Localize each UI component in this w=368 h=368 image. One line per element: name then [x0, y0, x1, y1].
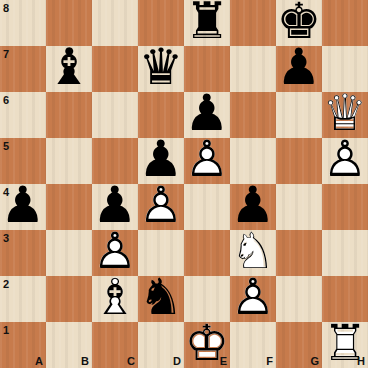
square-b2[interactable] — [46, 276, 92, 322]
file-label-c: C — [127, 355, 135, 367]
black-pawn[interactable]: ♟ — [276, 46, 322, 92]
square-f8[interactable] — [230, 0, 276, 46]
square-d4[interactable]: ♟♙ — [138, 184, 184, 230]
square-f2[interactable]: ♟♙ — [230, 276, 276, 322]
square-c6[interactable] — [92, 92, 138, 138]
square-h1[interactable]: H♜♖ — [322, 322, 368, 368]
square-b3[interactable] — [46, 230, 92, 276]
black-bishop[interactable]: ♝ — [46, 46, 92, 92]
square-b7[interactable]: ♝ — [46, 46, 92, 92]
white-piece-outline: ♖ — [323, 318, 368, 368]
file-label-f: F — [266, 355, 273, 367]
square-g4[interactable] — [276, 184, 322, 230]
white-piece-outline: ♗ — [93, 272, 138, 322]
square-b5[interactable] — [46, 138, 92, 184]
square-e8[interactable]: ♜ — [184, 0, 230, 46]
square-h5[interactable]: ♟♙ — [322, 138, 368, 184]
white-piece-outline: ♙ — [139, 180, 184, 230]
square-a3[interactable]: 3 — [0, 230, 46, 276]
rank-label-2: 2 — [3, 278, 9, 290]
black-piece-glyph: ♜ — [185, 0, 230, 46]
white-piece-outline: ♔ — [185, 318, 230, 368]
square-d7[interactable]: ♛ — [138, 46, 184, 92]
square-c1[interactable]: C — [92, 322, 138, 368]
rank-label-6: 6 — [3, 94, 9, 106]
file-label-d: D — [173, 355, 181, 367]
square-c7[interactable] — [92, 46, 138, 92]
white-pawn[interactable]: ♟♙ — [138, 184, 184, 230]
square-f7[interactable] — [230, 46, 276, 92]
square-b1[interactable]: B — [46, 322, 92, 368]
square-e5[interactable]: ♟♙ — [184, 138, 230, 184]
square-a4[interactable]: 4♟ — [0, 184, 46, 230]
rank-label-5: 5 — [3, 140, 9, 152]
square-d2[interactable]: ♞ — [138, 276, 184, 322]
white-king[interactable]: ♚♔ — [184, 322, 230, 368]
white-piece-outline: ♙ — [323, 134, 368, 184]
file-label-a: A — [35, 355, 43, 367]
black-piece-glyph: ♟ — [1, 180, 46, 230]
square-e3[interactable] — [184, 230, 230, 276]
black-queen[interactable]: ♛ — [138, 46, 184, 92]
square-c8[interactable] — [92, 0, 138, 46]
square-h4[interactable] — [322, 184, 368, 230]
square-a7[interactable]: 7 — [0, 46, 46, 92]
white-pawn[interactable]: ♟♙ — [184, 138, 230, 184]
square-h8[interactable] — [322, 0, 368, 46]
rank-label-3: 3 — [3, 232, 9, 244]
black-piece-glyph: ♝ — [47, 42, 92, 92]
square-h3[interactable] — [322, 230, 368, 276]
white-piece-outline: ♙ — [185, 134, 230, 184]
square-g7[interactable]: ♟ — [276, 46, 322, 92]
square-a2[interactable]: 2 — [0, 276, 46, 322]
white-bishop[interactable]: ♝♗ — [92, 276, 138, 322]
square-d1[interactable]: D — [138, 322, 184, 368]
black-knight[interactable]: ♞ — [138, 276, 184, 322]
rank-label-8: 8 — [3, 2, 9, 14]
black-piece-glyph: ♛ — [139, 42, 184, 92]
square-b4[interactable] — [46, 184, 92, 230]
white-pawn[interactable]: ♟♙ — [322, 138, 368, 184]
square-g5[interactable] — [276, 138, 322, 184]
white-rook[interactable]: ♜♖ — [322, 322, 368, 368]
rank-label-1: 1 — [3, 324, 9, 336]
square-f1[interactable]: F — [230, 322, 276, 368]
square-a1[interactable]: 1A — [0, 322, 46, 368]
rank-label-7: 7 — [3, 48, 9, 60]
black-piece-glyph: ♞ — [139, 272, 184, 322]
black-rook[interactable]: ♜ — [184, 0, 230, 46]
square-e4[interactable] — [184, 184, 230, 230]
square-e1[interactable]: E♚♔ — [184, 322, 230, 368]
file-label-g: G — [310, 355, 319, 367]
square-g2[interactable] — [276, 276, 322, 322]
square-b6[interactable] — [46, 92, 92, 138]
white-piece-outline: ♙ — [231, 272, 276, 322]
square-f6[interactable] — [230, 92, 276, 138]
square-a8[interactable]: 8 — [0, 0, 46, 46]
square-g6[interactable] — [276, 92, 322, 138]
black-pawn[interactable]: ♟ — [0, 184, 46, 230]
square-g1[interactable]: G — [276, 322, 322, 368]
square-g3[interactable] — [276, 230, 322, 276]
chess-board: 8♜♚7♝♛♟6♟♛♕5♟♟♙♟♙4♟♟♟♙♟3♟♙♞♘2♝♗♞♟♙1ABCDE… — [0, 0, 368, 368]
white-pawn[interactable]: ♟♙ — [230, 276, 276, 322]
file-label-b: B — [81, 355, 89, 367]
square-c2[interactable]: ♝♗ — [92, 276, 138, 322]
square-a6[interactable]: 6 — [0, 92, 46, 138]
black-piece-glyph: ♟ — [277, 42, 322, 92]
